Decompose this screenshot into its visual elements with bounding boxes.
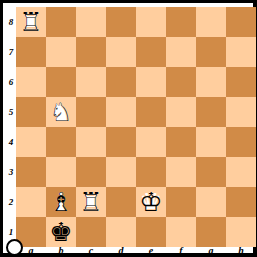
file-label-d: d [106, 246, 136, 256]
rank-label-2: 2 [6, 187, 16, 217]
square-b2[interactable]: ♝♗ [46, 187, 76, 217]
white-king-fill: ♛ [136, 187, 166, 217]
square-c5[interactable] [76, 97, 106, 127]
square-c7[interactable] [76, 37, 106, 67]
square-f2[interactable] [166, 187, 196, 217]
square-e2[interactable]: ♛♔ [136, 187, 166, 217]
square-d5[interactable] [106, 97, 136, 127]
white-king: ♔ [136, 187, 166, 217]
rank-label-5: 5 [6, 97, 16, 127]
file-label-f: f [166, 246, 196, 256]
square-h2[interactable] [226, 187, 256, 217]
square-d4[interactable] [106, 127, 136, 157]
square-d8[interactable] [106, 7, 136, 37]
file-label-e: e [136, 246, 166, 256]
square-h6[interactable] [226, 67, 256, 97]
square-d6[interactable] [106, 67, 136, 97]
square-g6[interactable] [196, 67, 226, 97]
square-d3[interactable] [106, 157, 136, 187]
square-b4[interactable] [46, 127, 76, 157]
square-e3[interactable] [136, 157, 166, 187]
square-b5[interactable]: ♞♘ [46, 97, 76, 127]
white-bishop-fill: ♝ [46, 187, 76, 217]
square-a5[interactable] [16, 97, 46, 127]
chess-board: ♜♖♞♘♝♗♜♖♛♔♚ [16, 7, 256, 247]
square-f1[interactable] [166, 217, 196, 247]
square-a2[interactable] [16, 187, 46, 217]
square-g8[interactable] [196, 7, 226, 37]
file-label-g: g [196, 246, 226, 256]
square-a8[interactable]: ♜♖ [16, 7, 46, 37]
square-d2[interactable] [106, 187, 136, 217]
rank-label-4: 4 [6, 127, 16, 157]
square-c2[interactable]: ♜♖ [76, 187, 106, 217]
square-h3[interactable] [226, 157, 256, 187]
white-knight: ♘ [46, 97, 76, 127]
square-c3[interactable] [76, 157, 106, 187]
white-rook: ♖ [76, 187, 106, 217]
rank-labels: 87654321 [6, 7, 16, 247]
file-label-b: b [46, 246, 76, 256]
square-g7[interactable] [196, 37, 226, 67]
black-king: ♚ [46, 217, 76, 247]
square-g1[interactable] [196, 217, 226, 247]
white-rook: ♖ [16, 7, 46, 37]
square-c6[interactable] [76, 67, 106, 97]
square-h4[interactable] [226, 127, 256, 157]
chess-diagram-frame: 87654321 ♜♖♞♘♝♗♜♖♛♔♚ abcdefgh [0, 0, 257, 257]
rank-label-3: 3 [6, 157, 16, 187]
white-bishop: ♗ [46, 187, 76, 217]
square-f8[interactable] [166, 7, 196, 37]
square-e6[interactable] [136, 67, 166, 97]
square-f4[interactable] [166, 127, 196, 157]
square-e4[interactable] [136, 127, 166, 157]
rank-label-6: 6 [6, 67, 16, 97]
square-g4[interactable] [196, 127, 226, 157]
square-d7[interactable] [106, 37, 136, 67]
white-rook-fill: ♜ [16, 7, 46, 37]
square-c1[interactable] [76, 217, 106, 247]
square-a6[interactable] [16, 67, 46, 97]
square-h5[interactable] [226, 97, 256, 127]
square-e1[interactable] [136, 217, 166, 247]
square-b8[interactable] [46, 7, 76, 37]
square-a7[interactable] [16, 37, 46, 67]
board-background: 87654321 ♜♖♞♘♝♗♜♖♛♔♚ abcdefgh [3, 3, 253, 253]
square-b3[interactable] [46, 157, 76, 187]
white-to-move-indicator [6, 239, 23, 256]
square-a4[interactable] [16, 127, 46, 157]
square-e5[interactable] [136, 97, 166, 127]
file-labels: abcdefgh [16, 246, 256, 256]
square-e8[interactable] [136, 7, 166, 37]
white-rook-fill: ♜ [76, 187, 106, 217]
square-e7[interactable] [136, 37, 166, 67]
square-h1[interactable] [226, 217, 256, 247]
square-b6[interactable] [46, 67, 76, 97]
square-d1[interactable] [106, 217, 136, 247]
square-f3[interactable] [166, 157, 196, 187]
white-knight-fill: ♞ [46, 97, 76, 127]
square-g5[interactable] [196, 97, 226, 127]
file-label-h: h [226, 246, 256, 256]
rank-label-7: 7 [6, 37, 16, 67]
square-g3[interactable] [196, 157, 226, 187]
square-h8[interactable] [226, 7, 256, 37]
file-label-c: c [76, 246, 106, 256]
square-g2[interactable] [196, 187, 226, 217]
square-a3[interactable] [16, 157, 46, 187]
square-f6[interactable] [166, 67, 196, 97]
square-f5[interactable] [166, 97, 196, 127]
square-c8[interactable] [76, 7, 106, 37]
square-f7[interactable] [166, 37, 196, 67]
square-b7[interactable] [46, 37, 76, 67]
rank-label-8: 8 [6, 7, 16, 37]
square-b1[interactable]: ♚ [46, 217, 76, 247]
square-h7[interactable] [226, 37, 256, 67]
square-c4[interactable] [76, 127, 106, 157]
